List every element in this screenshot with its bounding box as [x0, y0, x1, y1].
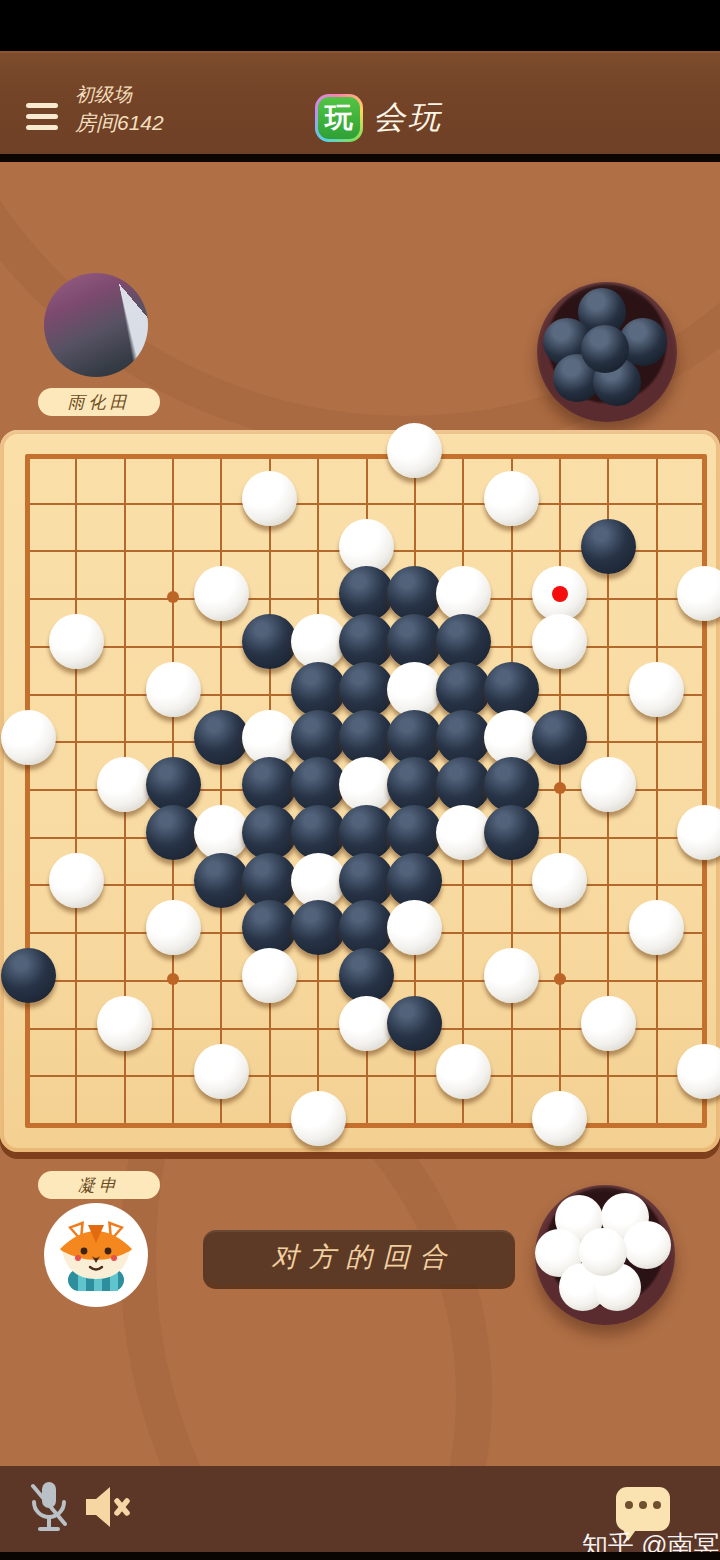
- star-point: [554, 782, 566, 794]
- opponent-name: 雨化田: [68, 391, 131, 414]
- room-level-label: 初级场: [75, 83, 164, 107]
- header-bar: 初级场 房间6142 玩 会玩: [0, 51, 720, 154]
- board-grid[interactable]: [4, 432, 720, 1148]
- black-stone: [387, 996, 442, 1051]
- white-stone: [532, 1091, 587, 1146]
- star-point: [167, 973, 179, 985]
- white-stone: [194, 566, 249, 621]
- star-point: [554, 973, 566, 985]
- white-stone: [146, 662, 201, 717]
- white-stone: [339, 996, 394, 1051]
- turn-indicator-label: 对方的回合: [262, 1239, 457, 1275]
- white-stone: [677, 805, 720, 860]
- black-stone: [1, 948, 56, 1003]
- white-stone: [581, 757, 636, 812]
- white-stone: [97, 757, 152, 812]
- white-stone: [436, 1044, 491, 1099]
- black-stone: [581, 519, 636, 574]
- logo-ring: 玩: [315, 94, 363, 142]
- star-point: [167, 591, 179, 603]
- opponent-name-badge: 雨化田: [38, 388, 160, 416]
- white-stone: [436, 805, 491, 860]
- white-stone: [629, 662, 684, 717]
- header-divider: [0, 154, 720, 162]
- status-bar: [0, 0, 720, 51]
- white-stone: [677, 1044, 720, 1099]
- white-stone: [387, 900, 442, 955]
- turn-indicator: 对方的回合: [203, 1230, 515, 1284]
- black-stone: [242, 614, 297, 669]
- white-stone: [581, 996, 636, 1051]
- black-stone: [532, 710, 587, 765]
- white-stone: [49, 614, 104, 669]
- white-stone: [97, 996, 152, 1051]
- white-stone: [677, 566, 720, 621]
- white-stone: [242, 471, 297, 526]
- white-stone: [291, 1091, 346, 1146]
- black-stone: [194, 853, 249, 908]
- logo-icon: 玩: [318, 97, 360, 139]
- white-stone: [49, 853, 104, 908]
- black-bowl-stone: [581, 325, 629, 373]
- black-stone: [291, 900, 346, 955]
- white-stone: [484, 948, 539, 1003]
- white-bowl-stone: [623, 1221, 671, 1269]
- white-stone: [194, 1044, 249, 1099]
- chat-dot: [653, 1501, 661, 1509]
- app-screen: 初级场 房间6142 玩 会玩 雨化田 凝申: [0, 0, 720, 1560]
- black-stone-bowl: [537, 282, 677, 422]
- white-stone: [629, 900, 684, 955]
- speaker-muted-button[interactable]: [84, 1484, 134, 1530]
- chat-button[interactable]: [616, 1487, 670, 1531]
- app-logo: 玩 会玩: [315, 94, 443, 142]
- white-stone: [532, 614, 587, 669]
- bottom-nav-strip: [0, 1552, 720, 1560]
- chat-dot: [625, 1501, 633, 1509]
- room-info: 初级场 房间6142: [75, 83, 164, 136]
- white-stone: [532, 853, 587, 908]
- microphone-muted-button[interactable]: [28, 1480, 70, 1536]
- white-bowl-stone: [579, 1228, 627, 1276]
- white-stone: [1, 710, 56, 765]
- app-name-label: 会玩: [373, 96, 443, 140]
- white-stone: [484, 471, 539, 526]
- opponent-avatar[interactable]: [44, 273, 148, 377]
- room-id-label: 房间6142: [75, 110, 164, 136]
- white-stone-bowl: [535, 1185, 675, 1325]
- black-stone: [194, 710, 249, 765]
- last-move-marker: [552, 586, 568, 602]
- white-stone: [242, 948, 297, 1003]
- white-stone: [146, 900, 201, 955]
- player-name: 凝申: [78, 1174, 120, 1197]
- player-name-badge: 凝申: [38, 1171, 160, 1199]
- hamburger-menu-button[interactable]: [26, 103, 60, 133]
- black-stone: [146, 805, 201, 860]
- chat-dot: [639, 1501, 647, 1509]
- fox-avatar-icon: [44, 1203, 148, 1307]
- black-stone: [484, 805, 539, 860]
- white-stone: [387, 423, 442, 478]
- player-avatar[interactable]: [44, 1203, 148, 1307]
